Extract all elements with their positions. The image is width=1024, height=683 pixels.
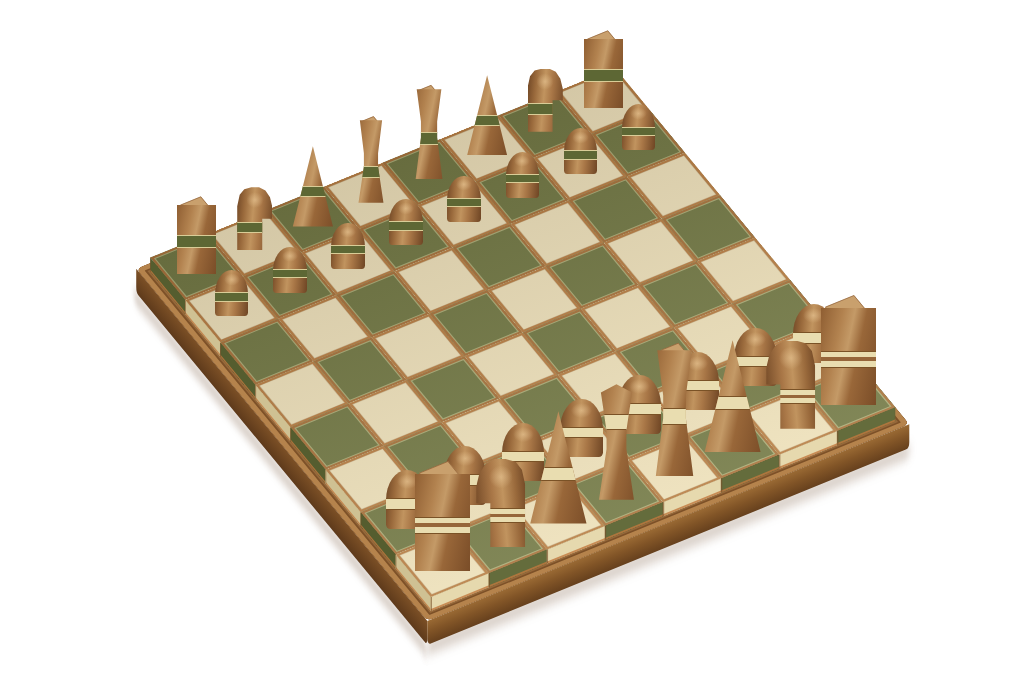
piece-body: [650, 350, 699, 476]
piece-band: [622, 127, 655, 136]
white-king[interactable]: [650, 350, 699, 476]
white-knight[interactable]: [476, 459, 525, 547]
wood-highlight: [533, 70, 557, 93]
piece-band: [447, 198, 480, 207]
wood-highlight: [627, 105, 650, 122]
piece-band: [331, 245, 364, 254]
piece-band: [292, 186, 335, 197]
piece-band: [415, 517, 470, 534]
piece-band: [354, 166, 388, 178]
piece-body: [411, 89, 446, 179]
black-knight[interactable]: [237, 187, 272, 250]
wood-highlight: [337, 224, 360, 241]
piece-body: [237, 187, 272, 250]
wood-highlight: [569, 129, 592, 146]
wood-highlight: [484, 461, 518, 493]
piece-band: [411, 132, 446, 145]
piece-body: [476, 459, 525, 547]
wood-highlight: [279, 248, 302, 265]
piece-body: [528, 410, 588, 523]
piece-body: [821, 308, 876, 405]
piece-body: [506, 152, 539, 198]
piece-band: [528, 103, 563, 114]
white-queen[interactable]: [593, 384, 640, 500]
black-pawn[interactable]: [622, 104, 655, 150]
white-bishop[interactable]: [528, 410, 588, 523]
piece-band: [389, 221, 422, 230]
piece-band: [584, 69, 623, 82]
piece-body: [564, 128, 597, 174]
piece-body: [354, 120, 388, 202]
black-pawn[interactable]: [564, 128, 597, 174]
piece-band: [593, 414, 640, 430]
piece-body: [466, 74, 509, 155]
piece-band: [466, 115, 509, 126]
piece-body: [273, 247, 306, 293]
piece-band: [821, 351, 876, 368]
piece-body: [415, 474, 470, 571]
black-bishop[interactable]: [466, 74, 509, 155]
piece-body: [703, 339, 763, 452]
white-rook[interactable]: [821, 308, 876, 405]
black-bishop[interactable]: [292, 146, 335, 227]
piece-band: [215, 292, 248, 301]
black-pawn[interactable]: [273, 247, 306, 293]
piece-band: [703, 396, 763, 410]
black-queen[interactable]: [354, 120, 388, 202]
piece-body: [593, 384, 640, 500]
piece-band: [237, 222, 272, 233]
black-pawn[interactable]: [447, 176, 480, 222]
piece-body: [766, 341, 815, 429]
piece-band: [650, 408, 699, 425]
wood-highlight: [453, 176, 476, 193]
piece-band: [766, 389, 815, 404]
piece-band: [476, 508, 525, 523]
wood-highlight: [243, 189, 267, 212]
black-pawn[interactable]: [506, 152, 539, 198]
piece-band: [177, 235, 216, 248]
piece-band: [528, 467, 588, 481]
piece-body: [389, 199, 422, 245]
piece-body: [177, 205, 216, 274]
wood-highlight: [511, 153, 534, 170]
product-photo-stage: [0, 0, 1024, 683]
black-pawn[interactable]: [389, 199, 422, 245]
piece-body: [292, 146, 335, 227]
piece-body: [528, 69, 563, 132]
white-rook[interactable]: [415, 474, 470, 571]
black-knight[interactable]: [528, 69, 563, 132]
black-rook[interactable]: [177, 205, 216, 274]
piece-body: [622, 104, 655, 150]
wood-highlight: [774, 342, 808, 374]
pieces-layer: [0, 0, 1024, 683]
piece-band: [564, 150, 597, 159]
wood-highlight: [395, 200, 418, 217]
piece-body: [215, 270, 248, 316]
black-pawn[interactable]: [215, 270, 248, 316]
piece-body: [447, 176, 480, 222]
black-pawn[interactable]: [331, 223, 364, 269]
piece-band: [506, 174, 539, 183]
black-rook[interactable]: [584, 39, 623, 108]
wood-highlight: [221, 271, 244, 288]
white-knight[interactable]: [766, 341, 815, 429]
black-king[interactable]: [411, 89, 446, 179]
piece-body: [331, 223, 364, 269]
white-bishop[interactable]: [703, 339, 763, 452]
piece-band: [273, 269, 306, 278]
piece-body: [584, 39, 623, 108]
